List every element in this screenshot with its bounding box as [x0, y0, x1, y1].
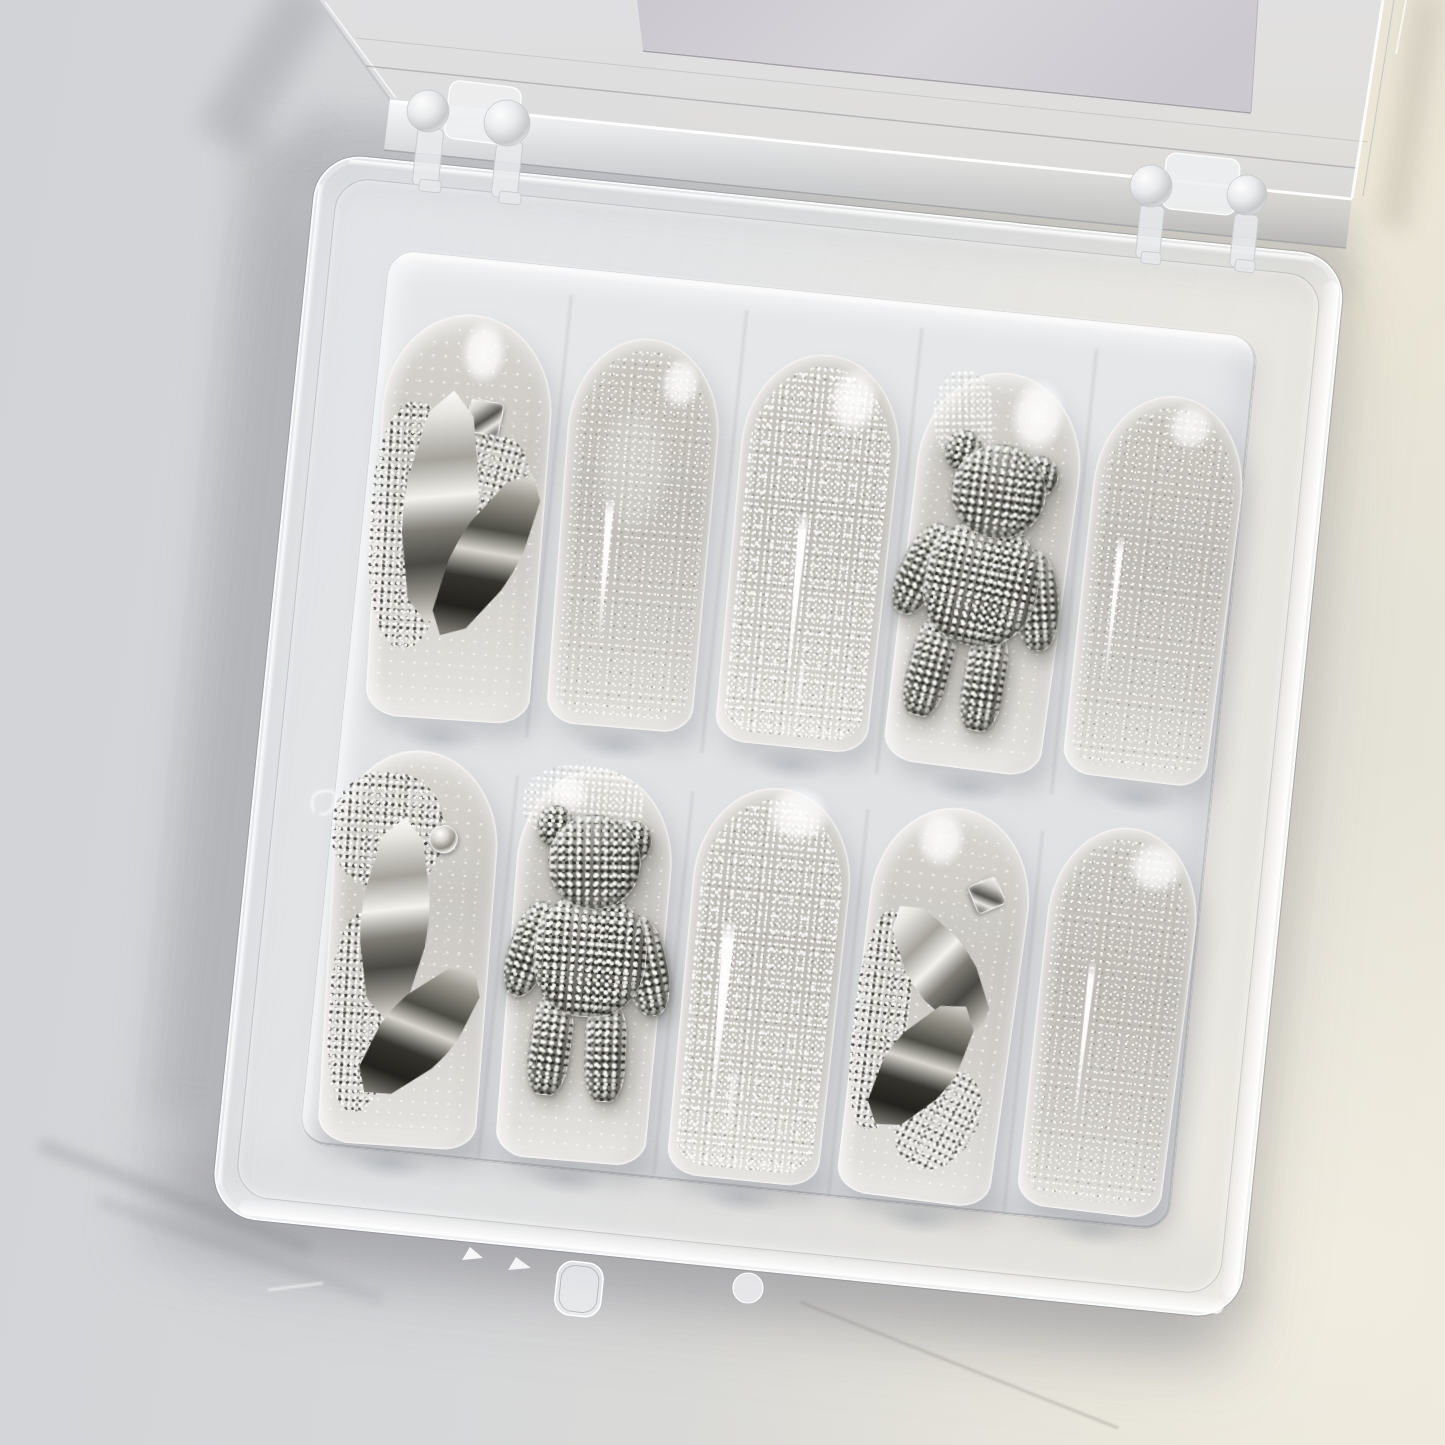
specular-highlight	[747, 777, 846, 868]
specular-highlight	[1152, 398, 1226, 471]
specular-highlight	[569, 390, 694, 588]
nail-top-1	[365, 309, 559, 725]
lid-left-shadow	[197, 0, 335, 155]
specular-highlight	[1110, 834, 1199, 916]
teddy-bear-charm	[505, 800, 677, 1104]
photo-stage	[0, 0, 1445, 1445]
nail-box-base	[210, 152, 1347, 1320]
hinge-ball	[484, 100, 530, 146]
specular-highlight	[811, 358, 894, 463]
latch-knob	[733, 1273, 763, 1303]
specular-highlight	[449, 315, 520, 409]
lid-label	[637, 0, 1258, 112]
specular-highlight	[900, 802, 981, 892]
hinge-ball	[407, 90, 449, 132]
nail-bottom-1	[317, 745, 504, 1151]
hinge-ball	[1130, 165, 1172, 207]
hinge-ball	[1227, 175, 1267, 215]
lid-right-shadow	[1378, 0, 1444, 230]
bear-head	[548, 814, 642, 910]
